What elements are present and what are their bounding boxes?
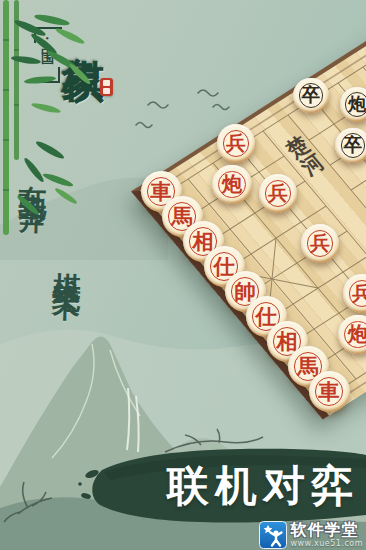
site-url: www.xue51.com — [291, 540, 363, 548]
online-play-banner[interactable]: 联机对弈 — [0, 428, 366, 528]
piece-red-兵[interactable]: 兵 — [259, 174, 297, 212]
piece-character: 馬 — [171, 206, 192, 227]
piece-character: 炮 — [222, 174, 242, 194]
piece-character: 炮 — [348, 95, 366, 113]
piece-character: 兵 — [352, 284, 366, 304]
piece-red-炮[interactable]: 炮 — [212, 165, 251, 204]
site-logo-icon — [259, 521, 287, 549]
piece-black-卒[interactable]: 卒 — [293, 78, 329, 114]
piece-character: 相 — [276, 331, 297, 352]
piece-character: 兵 — [310, 234, 330, 254]
piece-red-兵[interactable]: 兵 — [217, 124, 255, 162]
piece-red-車[interactable]: 車 — [309, 371, 350, 412]
piece-character: 車 — [318, 381, 339, 402]
piece-red-兵[interactable]: 兵 — [301, 224, 339, 262]
piece-black-炮[interactable]: 炮 — [340, 87, 366, 122]
online-play-label: 联机对弈 — [160, 458, 366, 514]
piece-red-兵[interactable]: 兵 — [343, 274, 366, 312]
piece-character: 相 — [192, 231, 213, 252]
piece-character: 仕 — [255, 306, 276, 327]
piece-character: 車 — [150, 181, 171, 202]
piece-character: 兵 — [226, 134, 246, 154]
piece-character: 卒 — [302, 86, 321, 105]
piece-red-炮[interactable]: 炮 — [338, 315, 366, 354]
piece-character: 帥 — [234, 281, 255, 302]
piece-character: 卒 — [344, 136, 363, 155]
app-screen: 中·国 象棋 车驰马奔 棋术绝天下 楚 河 漢 界 車馬相仕帥仕相馬車炮炮 — [0, 0, 366, 550]
piece-character: 仕 — [213, 256, 234, 277]
site-name: 软件学堂 — [291, 522, 363, 538]
piece-character: 兵 — [268, 184, 288, 204]
site-watermark[interactable]: 软件学堂 www.xue51.com — [259, 521, 363, 549]
piece-character: 炮 — [348, 324, 366, 344]
piece-black-卒[interactable]: 卒 — [335, 128, 366, 164]
piece-character: 馬 — [297, 356, 318, 377]
